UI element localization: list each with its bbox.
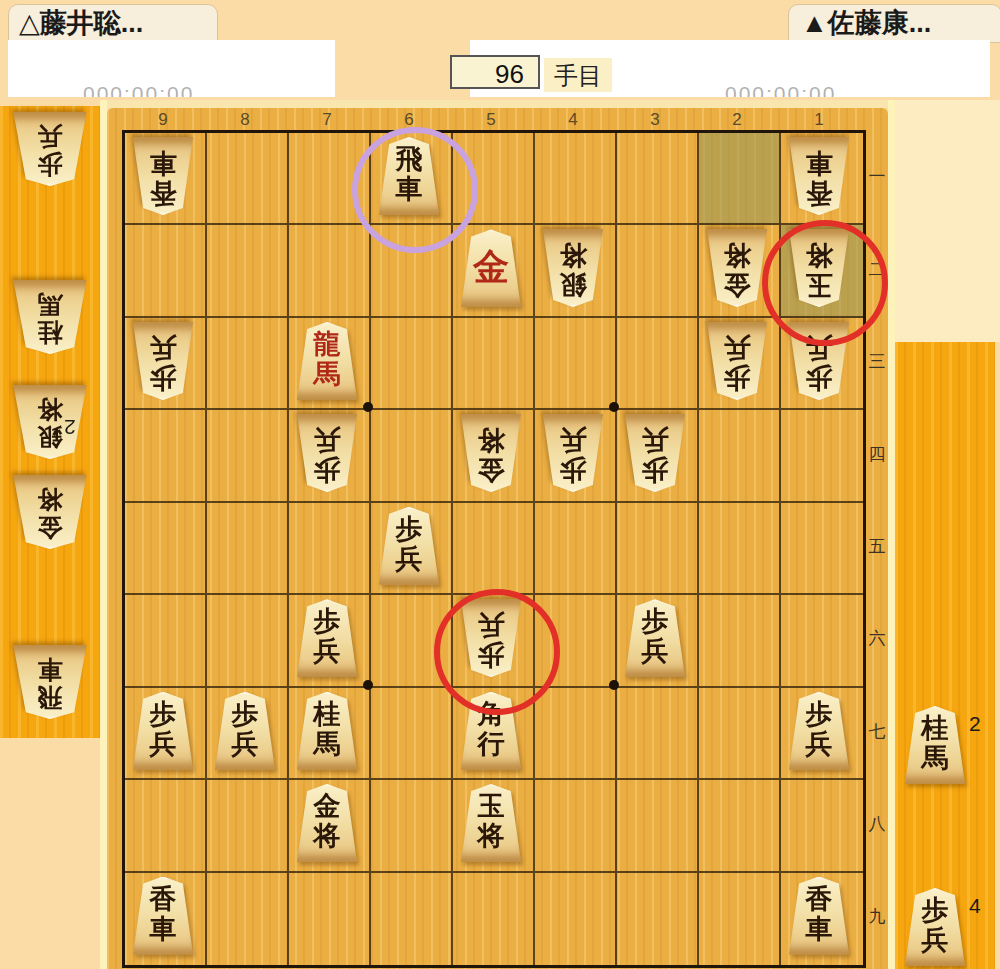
board-cell [207,780,289,872]
piece-kanji-char: 金 [705,270,769,300]
piece-kanji-char: 歩 [131,363,195,393]
piece-kanji: 香車 [131,884,195,944]
piece-kanji-char: 兵 [705,333,769,363]
piece-kanji: 歩兵 [213,699,277,759]
piece-kanji-char: 玉 [459,791,523,821]
piece-kanji-char: 車 [131,148,195,178]
gote-info-box: 000:00:00 [8,40,335,97]
piece-kanji-char: 歩 [131,699,195,729]
top-margin-strip [107,100,888,108]
piece-kanji: 銀将 [541,240,605,300]
piece-kanji-char: 兵 [903,925,967,955]
piece-kanji: 歩兵 [623,606,687,666]
board-cell [207,225,289,317]
piece-kanji-char: 車 [11,655,89,683]
sente-player-tab[interactable]: ▲佐藤康... [788,4,1000,43]
rank-label: 九 [862,905,892,928]
gote-player-tab[interactable]: △藤井聡... [8,4,218,43]
piece-kanji-char: 銀 [541,270,605,300]
board-cell [289,503,371,595]
annotation-circle [762,220,888,346]
annotation-circle [434,589,560,715]
kifu-viewer: △藤井聡... ▲佐藤康... 000:00:00 000:00:00 96 手… [0,0,1000,969]
board-cell [535,503,617,595]
piece-kanji-char: 歩 [787,699,851,729]
piece-kanji-char: 歩 [903,895,967,925]
shogi-piece: 歩兵 [623,599,687,677]
piece-kanji: 歩兵 [377,514,441,574]
shogi-piece: 歩兵 [541,414,605,492]
board-cell [535,318,617,410]
sente-captured-tray [895,342,995,969]
piece-kanji: 桂馬 [903,713,967,773]
board-cell [617,873,699,965]
piece-kanji-char: 将 [541,240,605,270]
piece-kanji: 金将 [459,425,523,485]
board-cell [535,133,617,225]
file-label: 3 [614,110,696,130]
piece-kanji: 香車 [787,884,851,944]
piece-kanji-char: 兵 [377,544,441,574]
board-cell [371,873,453,965]
board-cell [453,318,535,410]
board-cell [207,873,289,965]
piece-kanji-char: 香 [787,884,851,914]
piece-kanji-char: 馬 [295,359,359,389]
piece-kanji-char: 将 [459,821,523,851]
shogi-piece: 歩兵 [903,888,967,966]
star-point [609,680,619,690]
shogi-piece: 歩兵 [623,414,687,492]
piece-kanji-char: 車 [787,148,851,178]
piece-kanji-char: 将 [11,395,89,423]
board-cell-highlight [699,133,781,225]
piece-kanji-char: 将 [705,240,769,270]
piece-kanji-char: 将 [11,485,89,513]
shogi-piece: 龍馬 [295,322,359,400]
board-cell [371,318,453,410]
piece-kanji-char: 歩 [623,455,687,485]
gote-clock-faint: 000:00:00 [83,82,194,97]
piece-kanji: 桂馬 [295,699,359,759]
left-margin-strip [100,100,107,969]
board-cell [781,595,863,687]
piece-kanji: 桂馬 [11,290,89,346]
piece-kanji-char: 歩 [705,363,769,393]
board-cell [207,318,289,410]
file-label: 5 [450,110,532,130]
board-cell [699,780,781,872]
piece-kanji-char: 車 [131,914,195,944]
board-cell [617,688,699,780]
file-label: 1 [778,110,860,130]
shogi-piece: 歩兵 [295,414,359,492]
piece-kanji-char: 桂 [903,713,967,743]
shogi-piece: 歩兵 [131,322,195,400]
board-cell [781,410,863,502]
shogi-piece: 歩兵 [131,692,195,770]
board-cell [617,503,699,595]
board-cell [207,410,289,502]
shogi-piece: 歩兵 [11,112,89,186]
piece-kanji: 歩兵 [705,333,769,393]
board-cell [699,410,781,502]
board-cell [617,780,699,872]
shogi-piece: 銀将 [541,229,605,307]
piece-kanji-char: 馬 [11,290,89,318]
board-cell [207,503,289,595]
board-cell [125,503,207,595]
shogi-piece: 歩兵 [295,599,359,677]
hand-piece-count: 2 [969,712,981,736]
piece-kanji: 金将 [11,485,89,541]
piece-kanji-char: 車 [787,914,851,944]
piece-kanji-char: 歩 [623,606,687,636]
board-cell [535,780,617,872]
piece-kanji-char: 兵 [623,636,687,666]
board-cell [207,133,289,225]
board-cell [371,410,453,502]
piece-kanji-char: 金 [11,513,89,541]
board-cell [207,595,289,687]
board-cell [453,873,535,965]
piece-kanji-char: 兵 [295,425,359,455]
piece-kanji: 歩兵 [11,122,89,178]
piece-kanji-char: 歩 [377,514,441,544]
shogi-piece: 香車 [131,137,195,215]
board-cell [289,873,371,965]
board-cell [371,780,453,872]
shogi-piece: 歩兵 [787,692,851,770]
star-point [363,680,373,690]
piece-kanji-char: 歩 [11,150,89,178]
board-cell [699,873,781,965]
piece-kanji-char: 龍 [295,329,359,359]
piece-kanji: 飛車 [11,655,89,711]
board-cell [125,410,207,502]
piece-kanji-char: 兵 [131,333,195,363]
piece-kanji-char: 歩 [213,699,277,729]
rank-label: 五 [862,535,892,558]
piece-kanji-char: 兵 [541,425,605,455]
board-cell [617,225,699,317]
file-label: 4 [532,110,614,130]
piece-kanji: 玉将 [459,791,523,851]
board-cell [617,318,699,410]
right-upper-panel [895,100,1000,342]
piece-kanji-char: 金 [459,236,523,298]
piece-kanji: 金将 [705,240,769,300]
rank-label: 七 [862,720,892,743]
piece-kanji: 香車 [787,148,851,208]
shogi-piece: 金将 [295,784,359,862]
piece-kanji: 歩兵 [541,425,605,485]
annotation-circle [352,127,478,253]
board-cell [535,688,617,780]
piece-kanji-char: 香 [131,884,195,914]
piece-kanji-char: 桂 [295,699,359,729]
piece-kanji-char: 兵 [787,729,851,759]
piece-kanji-char: 金 [459,455,523,485]
file-label: 9 [122,110,204,130]
piece-kanji: 歩兵 [131,699,195,759]
board-cell [125,225,207,317]
piece-kanji-char: 将 [459,425,523,455]
shogi-piece: 歩兵 [377,507,441,585]
piece-kanji-char: 兵 [213,729,277,759]
shogi-piece: 金将 [459,414,523,492]
shogi-piece: 歩兵 [213,692,277,770]
piece-kanji-char: 桂 [11,318,89,346]
shogi-piece: 銀将 [11,385,89,459]
hand-piece-count: 2 [64,415,76,439]
rank-label: 三 [862,350,892,373]
board-cell [699,688,781,780]
piece-kanji-char: 飛 [11,683,89,711]
piece-kanji: 龍馬 [295,329,359,389]
piece-kanji-char: 馬 [903,743,967,773]
board-cell [781,503,863,595]
move-counter-input[interactable]: 96 [450,55,540,89]
shogi-piece: 飛車 [11,645,89,719]
piece-kanji-char: 歩 [295,606,359,636]
board-cell [617,133,699,225]
shogi-piece: 桂馬 [295,692,359,770]
piece-kanji-char: 金 [295,791,359,821]
piece-kanji: 銀将 [11,395,89,451]
piece-kanji-char: 銀 [11,423,89,451]
rank-label: 六 [862,627,892,650]
file-label: 2 [696,110,778,130]
board-cell [125,780,207,872]
shogi-piece: 桂馬 [903,706,967,784]
piece-kanji: 歩兵 [903,895,967,955]
shogi-piece: 玉将 [459,784,523,862]
shogi-piece: 香車 [131,877,195,955]
piece-kanji-char: 兵 [623,425,687,455]
piece-kanji: 歩兵 [131,333,195,393]
rank-label: 一 [862,165,892,188]
piece-kanji-char: 行 [459,729,523,759]
board-cell [453,503,535,595]
shogi-piece: 金将 [705,229,769,307]
piece-kanji: 歩兵 [295,606,359,666]
shogi-piece: 歩兵 [705,322,769,400]
shogi-piece: 金 [459,229,523,307]
hand-piece-count: 4 [969,894,981,918]
file-label: 8 [204,110,286,130]
board-cell [125,595,207,687]
piece-kanji-char: 馬 [295,729,359,759]
piece-kanji: 歩兵 [787,699,851,759]
piece-kanji-char: 兵 [11,122,89,150]
move-counter-suffix: 手目 [544,58,612,92]
file-label: 7 [286,110,368,130]
shogi-piece: 金将 [11,475,89,549]
piece-kanji: 歩兵 [623,425,687,485]
piece-kanji-char: 歩 [787,363,851,393]
piece-kanji-char: 香 [787,178,851,208]
piece-kanji: 歩兵 [295,425,359,485]
shogi-piece: 桂馬 [11,280,89,354]
shogi-piece: 香車 [787,137,851,215]
piece-kanji: 金将 [295,791,359,851]
piece-kanji-char: 兵 [295,636,359,666]
board-cell [699,503,781,595]
piece-kanji-char: 歩 [541,455,605,485]
board-cell [371,688,453,780]
sente-clock-faint: 000:00:00 [725,82,836,97]
board-cell [289,225,371,317]
board-cell [535,873,617,965]
piece-kanji: 金 [459,236,523,298]
piece-kanji: 香車 [131,148,195,208]
piece-kanji-char: 歩 [295,455,359,485]
board-cell [781,780,863,872]
piece-kanji-char: 将 [295,821,359,851]
board-cell [699,595,781,687]
shogi-piece: 香車 [787,877,851,955]
rank-label: 四 [862,443,892,466]
piece-kanji-char: 香 [131,178,195,208]
rank-label: 八 [862,812,892,835]
piece-kanji-char: 兵 [131,729,195,759]
